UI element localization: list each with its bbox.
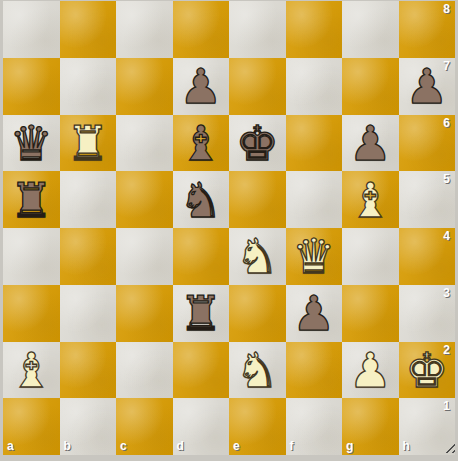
file-label-a: a [7,439,14,453]
rank-label-8: 8 [443,2,450,16]
square-g3[interactable] [342,285,399,342]
rank-label-3: 3 [443,286,450,300]
black-rook[interactable]: ♜ [179,289,222,337]
black-pawn[interactable]: ♟ [292,289,335,337]
white-rook[interactable]: ♜ [66,119,109,167]
square-g7[interactable] [342,58,399,115]
square-a4[interactable] [3,228,60,285]
square-f3[interactable]: ♟ [286,285,343,342]
square-g1[interactable]: g [342,398,399,455]
file-label-b: b [64,439,71,453]
square-a7[interactable] [3,58,60,115]
white-queen[interactable]: ♛ [292,232,335,280]
rank-label-4: 4 [443,229,450,243]
square-e7[interactable] [229,58,286,115]
rank-label-5: 5 [443,172,450,186]
square-d4[interactable] [173,228,230,285]
rank-label-2: 2 [443,343,450,357]
square-c3[interactable] [116,285,173,342]
file-label-c: c [120,439,127,453]
chess-board: 8♟7♟♛♜♝♚♟6♜♞♝5♞♛4♜♟3♝♞♟2♚abcdefgh1 [3,1,455,455]
square-b4[interactable] [60,228,117,285]
square-f6[interactable] [286,115,343,172]
white-bishop[interactable]: ♝ [10,346,53,394]
square-h3[interactable]: 3 [399,285,456,342]
black-queen[interactable]: ♛ [10,119,53,167]
square-a5[interactable]: ♜ [3,171,60,228]
white-bishop[interactable]: ♝ [349,176,392,224]
file-label-e: e [233,439,240,453]
square-a2[interactable]: ♝ [3,342,60,399]
square-f4[interactable]: ♛ [286,228,343,285]
black-bishop[interactable]: ♝ [179,119,222,167]
square-d8[interactable] [173,1,230,58]
square-f1[interactable]: f [286,398,343,455]
square-d1[interactable]: d [173,398,230,455]
square-h8[interactable]: 8 [399,1,456,58]
square-f2[interactable] [286,342,343,399]
square-f8[interactable] [286,1,343,58]
square-g2[interactable]: ♟ [342,342,399,399]
square-b1[interactable]: b [60,398,117,455]
square-f5[interactable] [286,171,343,228]
square-d6[interactable]: ♝ [173,115,230,172]
white-king[interactable]: ♚ [405,346,448,394]
square-a3[interactable] [3,285,60,342]
square-c6[interactable] [116,115,173,172]
square-g8[interactable] [342,1,399,58]
white-knight[interactable]: ♞ [236,232,279,280]
square-h4[interactable]: 4 [399,228,456,285]
square-b8[interactable] [60,1,117,58]
square-b5[interactable] [60,171,117,228]
black-rook[interactable]: ♜ [10,176,53,224]
square-f7[interactable] [286,58,343,115]
square-g5[interactable]: ♝ [342,171,399,228]
square-d5[interactable]: ♞ [173,171,230,228]
square-a8[interactable] [3,1,60,58]
square-e4[interactable]: ♞ [229,228,286,285]
square-b2[interactable] [60,342,117,399]
square-h5[interactable]: 5 [399,171,456,228]
square-b3[interactable] [60,285,117,342]
square-e2[interactable]: ♞ [229,342,286,399]
white-pawn[interactable]: ♟ [349,346,392,394]
rank-label-1: 1 [443,399,450,413]
square-a1[interactable]: a [3,398,60,455]
square-d7[interactable]: ♟ [173,58,230,115]
square-e6[interactable]: ♚ [229,115,286,172]
square-d3[interactable]: ♜ [173,285,230,342]
square-e8[interactable] [229,1,286,58]
file-label-f: f [290,439,294,453]
black-pawn[interactable]: ♟ [179,62,222,110]
file-label-d: d [177,439,184,453]
rank-label-7: 7 [443,59,450,73]
square-c5[interactable] [116,171,173,228]
black-king[interactable]: ♚ [236,119,279,167]
square-g6[interactable]: ♟ [342,115,399,172]
file-label-h: h [403,439,410,453]
square-c8[interactable] [116,1,173,58]
chess-board-window: 8♟7♟♛♜♝♚♟6♜♞♝5♞♛4♜♟3♝♞♟2♚abcdefgh1 [0,0,458,461]
square-e3[interactable] [229,285,286,342]
square-d2[interactable] [173,342,230,399]
square-c1[interactable]: c [116,398,173,455]
black-pawn[interactable]: ♟ [405,62,448,110]
square-c4[interactable] [116,228,173,285]
square-c2[interactable] [116,342,173,399]
square-g4[interactable] [342,228,399,285]
square-b6[interactable]: ♜ [60,115,117,172]
square-c7[interactable] [116,58,173,115]
black-knight[interactable]: ♞ [179,176,222,224]
black-pawn[interactable]: ♟ [349,119,392,167]
square-h7[interactable]: 7♟ [399,58,456,115]
square-a6[interactable]: ♛ [3,115,60,172]
square-h2[interactable]: 2♚ [399,342,456,399]
square-h1[interactable]: h1 [399,398,456,455]
square-h6[interactable]: 6 [399,115,456,172]
square-e1[interactable]: e [229,398,286,455]
square-e5[interactable] [229,171,286,228]
white-knight[interactable]: ♞ [236,346,279,394]
file-label-g: g [346,439,353,453]
rank-label-6: 6 [443,116,450,130]
square-b7[interactable] [60,58,117,115]
